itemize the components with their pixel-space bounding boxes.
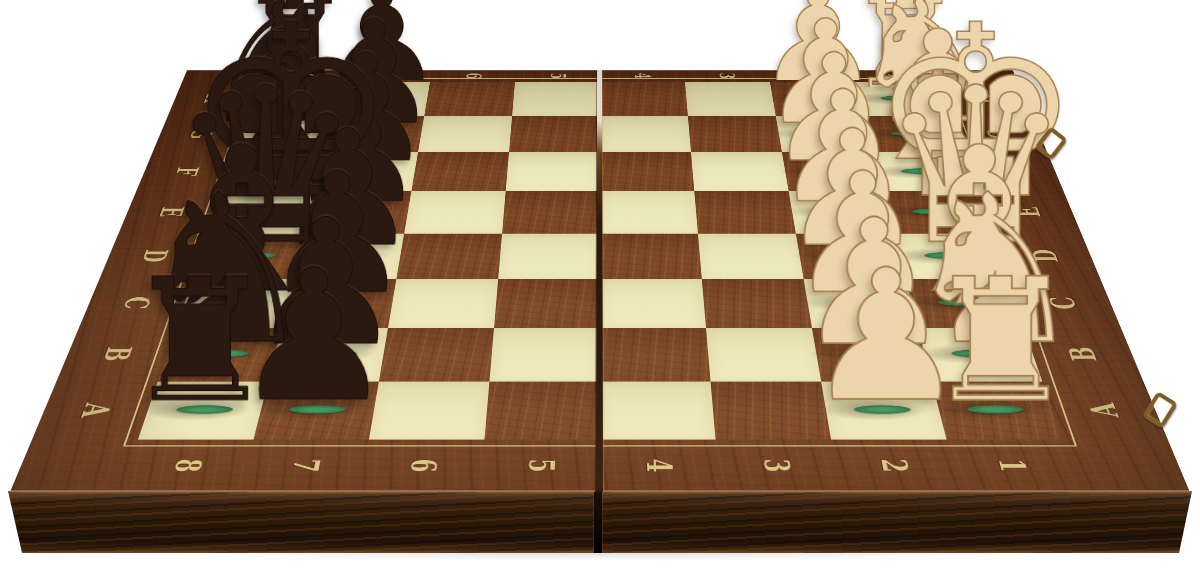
felt-base: [264, 131, 310, 136]
fold-seam-front-gap: [594, 491, 602, 553]
chess-set-scene: ABCDEFGHABCDEFGH8765432187654321 ♜♟♟♜♞♟♟…: [0, 0, 1200, 568]
box-front-face-left-half: [8, 491, 594, 553]
felt-base: [833, 299, 886, 306]
felt-base: [890, 131, 936, 136]
felt-base: [354, 131, 400, 136]
felt-base: [801, 131, 847, 136]
felt-base: [853, 405, 911, 413]
felt-base: [794, 96, 838, 101]
box-front-face-right-half: [602, 491, 1192, 553]
felt-base: [923, 252, 975, 258]
felt-base: [966, 405, 1025, 413]
felt-base: [225, 252, 277, 258]
box-front-face: [8, 491, 1192, 553]
felt-base: [808, 168, 855, 173]
piece-shadows-layer: [11, 70, 1190, 490]
felt-base: [824, 252, 875, 258]
chess-board: ABCDEFGHABCDEFGH8765432187654321 ♜♟♟♜♞♟♟…: [10, 70, 1190, 492]
felt-base: [325, 252, 376, 258]
board-top-surface: ABCDEFGHABCDEFGH8765432187654321: [10, 70, 1190, 492]
felt-base: [900, 168, 948, 173]
